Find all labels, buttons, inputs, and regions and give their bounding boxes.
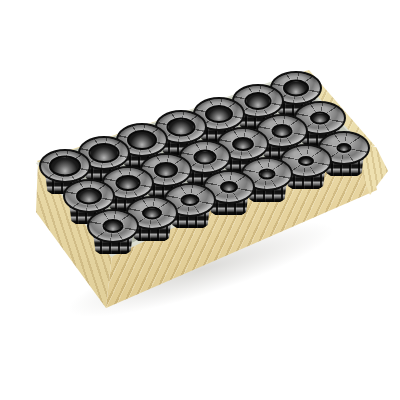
collet-bore-hole <box>232 137 254 151</box>
collet-bore-hole <box>115 175 140 191</box>
collet-bore-hole <box>337 143 352 153</box>
collet-grid <box>0 0 400 400</box>
collet-bore-hole <box>205 105 233 123</box>
collet-bore-hole <box>193 150 216 165</box>
collet-bore-hole <box>244 92 271 110</box>
collet-bore-hole <box>76 188 102 205</box>
product-photo <box>0 0 400 400</box>
collet-bore-hole <box>154 162 178 178</box>
collet-bore-hole <box>142 207 162 220</box>
collet-bore-hole <box>181 194 200 206</box>
collet-bore-hole <box>220 181 238 193</box>
collet-bore-hole <box>88 143 119 163</box>
collet-bore-hole <box>310 112 330 125</box>
collet-r2-c0 <box>87 209 139 256</box>
collet-bore-hole <box>127 130 157 150</box>
collet-bore-hole <box>166 118 195 137</box>
collet-bore-hole <box>298 156 314 166</box>
collet-bore-hole <box>271 124 292 138</box>
collet-bore-hole <box>103 219 124 233</box>
collet-bore-hole <box>283 80 309 97</box>
collet-bore-hole <box>49 156 81 177</box>
collet-bore-hole <box>259 169 276 180</box>
